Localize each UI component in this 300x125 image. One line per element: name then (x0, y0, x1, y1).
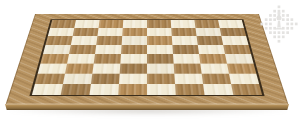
square (223, 45, 251, 54)
square (45, 36, 72, 45)
square (63, 74, 92, 85)
square (231, 84, 262, 95)
square (43, 45, 71, 54)
square (198, 45, 225, 54)
square (147, 45, 173, 54)
square (229, 74, 259, 85)
square (174, 64, 202, 74)
square (195, 28, 221, 36)
square (147, 74, 175, 85)
square (199, 54, 227, 64)
square (121, 45, 147, 54)
square (172, 36, 198, 45)
square (173, 54, 200, 64)
square (32, 84, 63, 95)
square (122, 28, 147, 36)
square (200, 64, 229, 74)
square (147, 84, 176, 95)
square (120, 64, 147, 74)
square (119, 74, 147, 85)
square (71, 36, 98, 45)
square (89, 84, 119, 95)
square (174, 74, 203, 85)
square (40, 54, 69, 64)
square (147, 36, 172, 45)
square (147, 64, 174, 74)
square (221, 36, 248, 45)
square (203, 84, 233, 95)
square (48, 28, 74, 36)
square (202, 74, 231, 85)
square (147, 54, 174, 64)
square (96, 36, 122, 45)
square (61, 84, 91, 95)
square (67, 54, 95, 64)
square (225, 54, 254, 64)
square (147, 28, 172, 36)
square (38, 64, 67, 74)
square (197, 36, 224, 45)
square (227, 64, 256, 74)
square (172, 45, 199, 54)
ornament-icon (259, 3, 299, 45)
board-edge (5, 104, 289, 110)
board-frame-line (29, 20, 264, 97)
square (69, 45, 96, 54)
square (120, 54, 147, 64)
square (94, 54, 121, 64)
square (95, 45, 122, 54)
square (65, 64, 94, 74)
square (35, 74, 65, 85)
square (171, 28, 196, 36)
square (220, 28, 246, 36)
square (175, 84, 205, 95)
square (97, 28, 122, 36)
square (118, 84, 147, 95)
board-grid (32, 20, 262, 95)
product-photo (0, 0, 300, 125)
square (73, 28, 99, 36)
square (91, 74, 120, 85)
shop-logo (259, 3, 299, 45)
chessboard (5, 14, 288, 105)
square (122, 36, 147, 45)
square (92, 64, 120, 74)
